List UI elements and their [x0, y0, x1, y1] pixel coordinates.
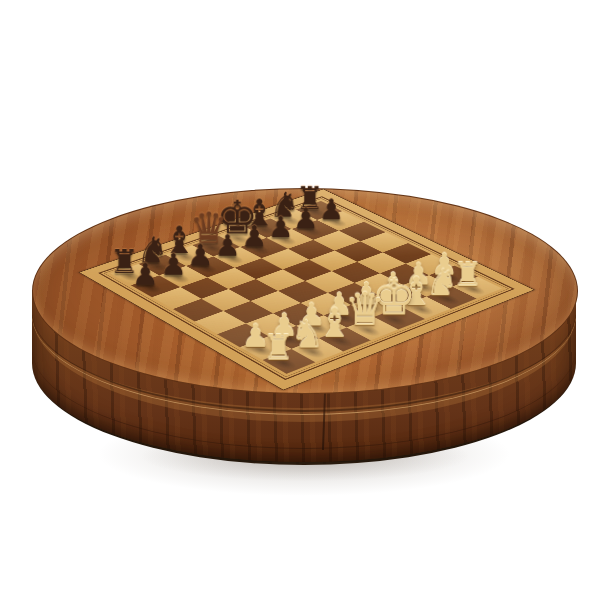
square-h7[interactable]: ♟ — [317, 211, 363, 230]
piece-black-pawn[interactable]: ♟ — [128, 259, 163, 289]
square-b6[interactable] — [180, 277, 229, 299]
square-g6[interactable] — [313, 231, 360, 251]
square-h5[interactable] — [361, 232, 408, 252]
square-d5[interactable] — [256, 269, 305, 290]
piece-white-rook[interactable]: ♜ — [260, 330, 297, 365]
square-a5[interactable] — [173, 299, 223, 322]
square-h6[interactable] — [339, 222, 386, 242]
square-g5[interactable] — [335, 241, 383, 261]
square-f5[interactable] — [309, 251, 357, 272]
product-photo: ♜♟♟♜♞♟♟♞♝♟♟♝♚♟♟♚♛♟♟♛♝♟♟♝♞♟♟♞♜♟♟♜ — [0, 0, 600, 600]
